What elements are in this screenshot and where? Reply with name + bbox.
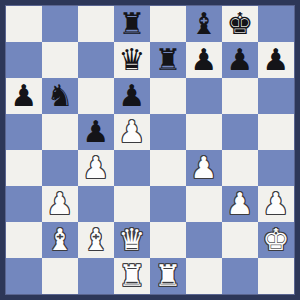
square-g3[interactable]: ♟ [222,186,258,222]
square-b3[interactable]: ♟ [42,186,78,222]
square-g4[interactable] [222,150,258,186]
white-pawn[interactable]: ♟ [83,150,110,186]
white-bishop[interactable]: ♝ [83,222,110,258]
square-g7[interactable]: ♟ [222,42,258,78]
square-a3[interactable] [6,186,42,222]
square-f2[interactable] [186,222,222,258]
square-h5[interactable] [258,114,294,150]
square-h6[interactable] [258,78,294,114]
square-a8[interactable] [6,6,42,42]
square-f4[interactable]: ♟ [186,150,222,186]
white-pawn[interactable]: ♟ [227,186,254,222]
square-h8[interactable] [258,6,294,42]
white-queen[interactable]: ♛ [119,222,146,258]
black-pawn[interactable]: ♟ [227,42,254,78]
square-g6[interactable] [222,78,258,114]
square-e7[interactable]: ♜ [150,42,186,78]
square-c2[interactable]: ♝ [78,222,114,258]
square-b4[interactable] [42,150,78,186]
square-c1[interactable] [78,258,114,294]
black-king[interactable]: ♚ [227,6,254,42]
square-d4[interactable] [114,150,150,186]
square-c7[interactable] [78,42,114,78]
square-f8[interactable]: ♝ [186,6,222,42]
square-d1[interactable]: ♜ [114,258,150,294]
square-c3[interactable] [78,186,114,222]
square-e2[interactable] [150,222,186,258]
square-b6[interactable]: ♞ [42,78,78,114]
square-d2[interactable]: ♛ [114,222,150,258]
white-pawn[interactable]: ♟ [47,186,74,222]
square-f6[interactable] [186,78,222,114]
square-f1[interactable] [186,258,222,294]
black-pawn[interactable]: ♟ [83,114,110,150]
square-a6[interactable]: ♟ [6,78,42,114]
white-rook[interactable]: ♜ [155,258,182,294]
square-d3[interactable] [114,186,150,222]
square-d5[interactable]: ♟ [114,114,150,150]
square-a2[interactable] [6,222,42,258]
square-h3[interactable]: ♟ [258,186,294,222]
square-a1[interactable] [6,258,42,294]
chess-board-frame: ♜♝♚♛♜♟♟♟♟♞♟♟♟♟♟♟♟♟♝♝♛♚♜♜ [0,0,300,300]
chess-board: ♜♝♚♛♜♟♟♟♟♞♟♟♟♟♟♟♟♟♝♝♛♚♜♜ [6,6,294,294]
white-king[interactable]: ♚ [263,222,290,258]
square-a7[interactable] [6,42,42,78]
white-pawn[interactable]: ♟ [263,186,290,222]
square-e3[interactable] [150,186,186,222]
square-b7[interactable] [42,42,78,78]
square-f3[interactable] [186,186,222,222]
square-d7[interactable]: ♛ [114,42,150,78]
square-c4[interactable]: ♟ [78,150,114,186]
black-bishop[interactable]: ♝ [191,6,218,42]
square-e8[interactable] [150,6,186,42]
square-d6[interactable]: ♟ [114,78,150,114]
black-knight[interactable]: ♞ [47,78,74,114]
square-g2[interactable] [222,222,258,258]
square-b5[interactable] [42,114,78,150]
square-c5[interactable]: ♟ [78,114,114,150]
square-a4[interactable] [6,150,42,186]
square-e6[interactable] [150,78,186,114]
square-h1[interactable] [258,258,294,294]
black-pawn[interactable]: ♟ [191,42,218,78]
black-pawn[interactable]: ♟ [119,78,146,114]
square-g1[interactable] [222,258,258,294]
square-e4[interactable] [150,150,186,186]
square-h4[interactable] [258,150,294,186]
square-c6[interactable] [78,78,114,114]
square-h7[interactable]: ♟ [258,42,294,78]
square-a5[interactable] [6,114,42,150]
white-rook[interactable]: ♜ [119,258,146,294]
black-pawn[interactable]: ♟ [263,42,290,78]
chess-board-border: ♜♝♚♛♜♟♟♟♟♞♟♟♟♟♟♟♟♟♝♝♛♚♜♜ [5,5,295,295]
square-g8[interactable]: ♚ [222,6,258,42]
square-d8[interactable]: ♜ [114,6,150,42]
square-g5[interactable] [222,114,258,150]
square-f5[interactable] [186,114,222,150]
square-f7[interactable]: ♟ [186,42,222,78]
black-rook[interactable]: ♜ [155,42,182,78]
square-e5[interactable] [150,114,186,150]
black-pawn[interactable]: ♟ [11,78,38,114]
black-queen[interactable]: ♛ [119,42,146,78]
white-bishop[interactable]: ♝ [47,222,74,258]
square-e1[interactable]: ♜ [150,258,186,294]
square-b2[interactable]: ♝ [42,222,78,258]
square-c8[interactable] [78,6,114,42]
white-pawn[interactable]: ♟ [119,114,146,150]
square-b1[interactable] [42,258,78,294]
square-h2[interactable]: ♚ [258,222,294,258]
square-b8[interactable] [42,6,78,42]
black-rook[interactable]: ♜ [119,6,146,42]
white-pawn[interactable]: ♟ [191,150,218,186]
